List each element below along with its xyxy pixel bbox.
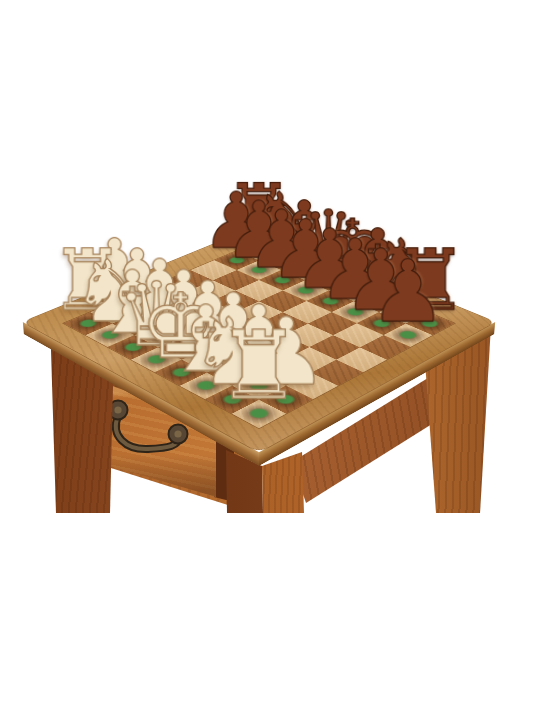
square-h1: ♜ [232,399,287,428]
chess-table-product-photo: ♜♞♝♛♚♝♞♜♟♟♟♟♟♟♟♟♟♟♟♟♟♟♟♟♜♞♝♛♚♝♞♜ [0,0,540,720]
tabletop-oak-frame: ♜♞♝♛♚♝♞♜♟♟♟♟♟♟♟♟♟♟♟♟♟♟♟♟♜♞♝♛♚♝♞♜ [21,225,496,453]
board-scene: ♜♞♝♛♚♝♞♜♟♟♟♟♟♟♟♟♟♟♟♟♟♟♟♟♜♞♝♛♚♝♞♜ [91,154,427,490]
black-pawn: ♟ [359,248,457,336]
square-h5 [336,347,387,372]
board: ♜♞♝♛♚♝♞♜♟♟♟♟♟♟♟♟♟♟♟♟♟♟♟♟♜♞♝♛♚♝♞♜ [62,241,456,429]
white-rook: ♜ [205,317,313,414]
